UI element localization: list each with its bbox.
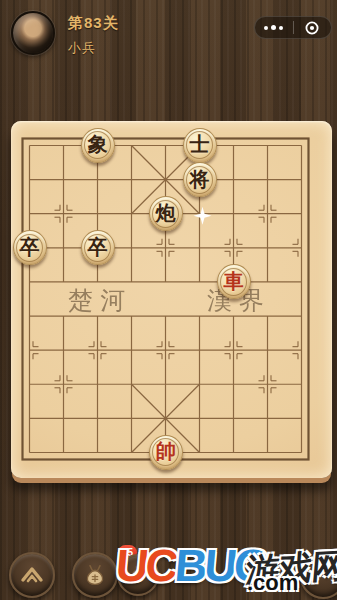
board-cell[interactable]	[149, 163, 183, 197]
piece-士[interactable]: 士	[183, 128, 217, 163]
board-cell[interactable]: 炮	[149, 197, 183, 231]
obscured-tool-button[interactable]	[117, 554, 159, 596]
piece-帥[interactable]: 帥	[149, 435, 183, 470]
board-cell[interactable]	[217, 299, 251, 333]
board-cell[interactable]	[217, 333, 251, 367]
xiangqi-board: 楚河 漢界 象士将炮卒卒車帥	[11, 121, 332, 478]
piece-炮[interactable]: 炮	[149, 196, 183, 231]
board-cell[interactable]	[115, 367, 149, 401]
board-cell[interactable]	[285, 128, 319, 162]
board-cell[interactable]	[47, 401, 81, 435]
collapse-menu-button[interactable]	[9, 552, 55, 598]
board-cell[interactable]	[47, 231, 81, 265]
board-cell[interactable]	[81, 401, 115, 435]
board-cell[interactable]: 車	[217, 265, 251, 299]
board-cell[interactable]	[251, 265, 285, 299]
board-cell[interactable]	[285, 163, 319, 197]
board-cell[interactable]	[13, 163, 47, 197]
board-cell[interactable]	[149, 128, 183, 162]
board-cell[interactable]	[251, 197, 285, 231]
board-cell[interactable]	[13, 197, 47, 231]
board-cell[interactable]: 卒	[13, 231, 47, 265]
rank-title-label: 小兵	[68, 39, 119, 57]
board-cell[interactable]	[13, 265, 47, 299]
board-cell[interactable]	[217, 435, 251, 469]
board-cell[interactable]	[115, 333, 149, 367]
board-cell[interactable]: 象	[81, 128, 115, 162]
board-cell[interactable]	[183, 401, 217, 435]
piece-卒[interactable]: 卒	[81, 230, 115, 265]
board-cell[interactable]: 将	[183, 163, 217, 197]
board-cell[interactable]	[13, 435, 47, 469]
tips-bag-button[interactable]: 15	[72, 552, 118, 598]
board-cell[interactable]	[149, 265, 183, 299]
board-cell[interactable]	[47, 265, 81, 299]
header-bar: 第83关 小兵	[0, 0, 337, 60]
board-cell[interactable]	[183, 265, 217, 299]
board-cell[interactable]	[183, 299, 217, 333]
board-cell[interactable]	[217, 367, 251, 401]
board-cell[interactable]	[115, 401, 149, 435]
pieces-layer: 象士将炮卒卒車帥	[13, 128, 319, 469]
board-cell[interactable]	[149, 231, 183, 265]
board-cell[interactable]	[251, 435, 285, 469]
board-cell[interactable]	[251, 231, 285, 265]
board-cell[interactable]	[115, 265, 149, 299]
board-cell[interactable]	[183, 333, 217, 367]
more-icon	[264, 25, 283, 30]
board-cell[interactable]	[217, 401, 251, 435]
board-cell[interactable]	[217, 197, 251, 231]
board-cell[interactable]	[183, 197, 217, 231]
player-avatar	[11, 11, 55, 55]
piece-象[interactable]: 象	[81, 128, 115, 163]
piece-卒[interactable]: 卒	[13, 230, 47, 265]
board-cell[interactable]	[115, 128, 149, 162]
capsule-home-icon	[304, 20, 320, 36]
board-cell[interactable]	[285, 401, 319, 435]
board-cell[interactable]	[183, 435, 217, 469]
tips-bag-icon	[82, 562, 108, 588]
right-edge-button[interactable]	[300, 553, 337, 599]
board-cell[interactable]	[47, 128, 81, 162]
piece-将[interactable]: 将	[183, 162, 217, 197]
board-cell[interactable]	[81, 197, 115, 231]
board-cell[interactable]	[149, 333, 183, 367]
board-cell[interactable]	[285, 299, 319, 333]
board-cell[interactable]	[251, 333, 285, 367]
obscured-counter-text: 2L	[253, 562, 269, 578]
board-cell[interactable]	[81, 435, 115, 469]
board-cell[interactable]	[81, 265, 115, 299]
board-cell[interactable]	[13, 401, 47, 435]
board-cell[interactable]	[251, 163, 285, 197]
board-cell[interactable]	[285, 197, 319, 231]
board-cell[interactable]	[217, 231, 251, 265]
board-cell[interactable]	[149, 299, 183, 333]
board-cell[interactable]: 士	[183, 128, 217, 162]
chevron-up-icon	[19, 564, 45, 586]
board-cell[interactable]	[285, 265, 319, 299]
board-cell[interactable]	[47, 163, 81, 197]
board-cell[interactable]	[285, 231, 319, 265]
board-cell[interactable]	[13, 128, 47, 162]
board-cell[interactable]	[285, 367, 319, 401]
level-label: 第83关	[68, 14, 119, 33]
board-cell[interactable]	[183, 231, 217, 265]
more-menu-button[interactable]	[255, 17, 293, 38]
game-screen: 第83关 小兵 楚河 漢界 象士将炮卒卒車帥	[0, 0, 337, 600]
board-cell[interactable]	[47, 197, 81, 231]
board-cell[interactable]	[47, 435, 81, 469]
board-cell[interactable]	[217, 163, 251, 197]
piece-車[interactable]: 車	[217, 264, 251, 299]
board-cell[interactable]	[81, 163, 115, 197]
board-cell[interactable]: 卒	[81, 231, 115, 265]
board-cell[interactable]	[115, 163, 149, 197]
board-cell[interactable]	[47, 367, 81, 401]
board-cell[interactable]	[81, 367, 115, 401]
board-cell[interactable]	[13, 333, 47, 367]
board-cell[interactable]: 帥	[149, 435, 183, 469]
obscured-tool-icon	[128, 564, 148, 586]
board-cell[interactable]	[285, 435, 319, 469]
miniprogram-capsule	[254, 16, 332, 39]
board-cell[interactable]	[217, 128, 251, 162]
board-cell[interactable]	[149, 401, 183, 435]
board-cell[interactable]	[251, 128, 285, 162]
board-cell[interactable]	[251, 401, 285, 435]
board-cell[interactable]	[13, 367, 47, 401]
board-cell[interactable]	[115, 435, 149, 469]
board-cell[interactable]	[115, 231, 149, 265]
board-cell[interactable]	[81, 299, 115, 333]
board-cell[interactable]	[13, 299, 47, 333]
board-cell[interactable]	[251, 299, 285, 333]
board-cell[interactable]	[115, 197, 149, 231]
board-cell[interactable]	[115, 299, 149, 333]
exit-button[interactable]	[294, 17, 332, 38]
board-cell[interactable]	[47, 299, 81, 333]
board-cell[interactable]	[149, 367, 183, 401]
board-cell[interactable]	[47, 333, 81, 367]
board-cell[interactable]	[251, 367, 285, 401]
board-cell[interactable]	[81, 333, 115, 367]
board-cell[interactable]	[285, 333, 319, 367]
board-cell[interactable]	[183, 367, 217, 401]
